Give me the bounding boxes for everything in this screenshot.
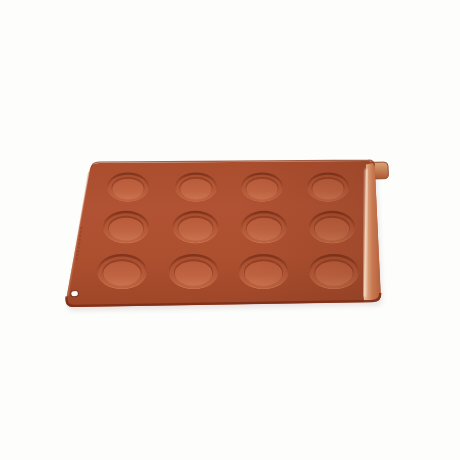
baking-mat-photo [0, 0, 460, 460]
hanging-hole [71, 290, 79, 297]
mat-shading-overlay [66, 161, 381, 307]
right-edge-highlight [365, 169, 367, 297]
photo-canvas [0, 0, 460, 460]
